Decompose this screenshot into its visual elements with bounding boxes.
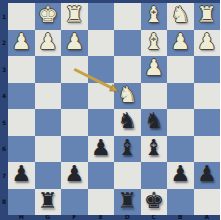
- square-d7[interactable]: [114, 162, 141, 189]
- piece-white-pawn[interactable]: ♟: [170, 31, 190, 53]
- rank-label-4: 4: [0, 83, 8, 110]
- rank-label-7: 7: [0, 162, 8, 189]
- square-e6[interactable]: ♟: [88, 136, 115, 163]
- square-h6[interactable]: [8, 136, 35, 163]
- square-d1[interactable]: [114, 3, 141, 30]
- square-c2[interactable]: ♝: [141, 30, 168, 57]
- piece-black-knight[interactable]: ♞: [144, 110, 164, 132]
- square-f4[interactable]: [61, 83, 88, 110]
- square-g4[interactable]: [35, 83, 62, 110]
- square-d2[interactable]: [114, 30, 141, 57]
- rank-label-2: 2: [0, 30, 8, 57]
- piece-white-king[interactable]: ♚: [38, 4, 58, 26]
- piece-black-rook[interactable]: ♜: [38, 190, 58, 212]
- square-e2[interactable]: [88, 30, 115, 57]
- square-a1[interactable]: ♜: [194, 3, 221, 30]
- square-h1[interactable]: [8, 3, 35, 30]
- piece-white-rook[interactable]: ♜: [64, 4, 84, 26]
- square-e1[interactable]: [88, 3, 115, 30]
- square-c8[interactable]: ♚: [141, 189, 168, 216]
- square-g7[interactable]: [35, 162, 62, 189]
- square-h2[interactable]: ♟: [8, 30, 35, 57]
- piece-white-pawn[interactable]: ♟: [144, 57, 164, 79]
- piece-white-bishop[interactable]: ♝: [144, 31, 164, 53]
- rank-label-5: 5: [0, 109, 8, 136]
- square-h8[interactable]: [8, 189, 35, 216]
- square-g5[interactable]: [35, 109, 62, 136]
- square-d6[interactable]: ♝: [114, 136, 141, 163]
- square-f2[interactable]: ♟: [61, 30, 88, 57]
- rank-label-6: 6: [0, 136, 8, 163]
- square-b8[interactable]: [167, 189, 194, 216]
- piece-black-bishop[interactable]: ♝: [144, 137, 164, 159]
- square-c7[interactable]: [141, 162, 168, 189]
- piece-black-knight[interactable]: ♞: [117, 110, 137, 132]
- piece-white-pawn[interactable]: ♟: [11, 31, 31, 53]
- piece-white-knight[interactable]: ♞: [170, 4, 190, 26]
- square-a2[interactable]: ♟: [194, 30, 221, 57]
- square-d4[interactable]: ♞: [114, 83, 141, 110]
- square-e8[interactable]: [88, 189, 115, 216]
- piece-white-pawn[interactable]: ♟: [197, 31, 217, 53]
- square-h5[interactable]: [8, 109, 35, 136]
- square-h7[interactable]: ♟: [8, 162, 35, 189]
- square-f5[interactable]: [61, 109, 88, 136]
- piece-black-bishop[interactable]: ♝: [117, 137, 137, 159]
- square-g3[interactable]: [35, 56, 62, 83]
- piece-white-rook[interactable]: ♜: [197, 4, 217, 26]
- square-c4[interactable]: [141, 83, 168, 110]
- square-a6[interactable]: [194, 136, 221, 163]
- piece-black-rook[interactable]: ♜: [117, 190, 137, 212]
- square-g2[interactable]: ♟: [35, 30, 62, 57]
- square-e5[interactable]: [88, 109, 115, 136]
- square-b2[interactable]: ♟: [167, 30, 194, 57]
- square-f7[interactable]: ♟: [61, 162, 88, 189]
- square-a5[interactable]: [194, 109, 221, 136]
- piece-black-pawn[interactable]: ♟: [64, 163, 84, 185]
- square-c5[interactable]: ♞: [141, 109, 168, 136]
- square-b3[interactable]: [167, 56, 194, 83]
- piece-black-pawn[interactable]: ♟: [11, 163, 31, 185]
- square-b5[interactable]: [167, 109, 194, 136]
- square-c1[interactable]: ♝: [141, 3, 168, 30]
- square-d3[interactable]: [114, 56, 141, 83]
- square-c6[interactable]: ♝: [141, 136, 168, 163]
- piece-white-bishop[interactable]: ♝: [144, 4, 164, 26]
- square-f8[interactable]: [61, 189, 88, 216]
- square-g8[interactable]: ♜: [35, 189, 62, 216]
- square-a7[interactable]: ♟: [194, 162, 221, 189]
- square-b6[interactable]: [167, 136, 194, 163]
- rank-label-8: 8: [0, 189, 8, 216]
- square-h4[interactable]: [8, 83, 35, 110]
- square-d5[interactable]: ♞: [114, 109, 141, 136]
- rank-label-3: 3: [0, 56, 8, 83]
- square-a4[interactable]: [194, 83, 221, 110]
- piece-white-pawn[interactable]: ♟: [38, 31, 58, 53]
- square-c3[interactable]: ♟: [141, 56, 168, 83]
- piece-black-king[interactable]: ♚: [144, 190, 164, 212]
- square-b1[interactable]: ♞: [167, 3, 194, 30]
- rank-labels: 12345678: [0, 3, 8, 215]
- square-g1[interactable]: ♚: [35, 3, 62, 30]
- square-f1[interactable]: ♜: [61, 3, 88, 30]
- square-a8[interactable]: [194, 189, 221, 216]
- square-f6[interactable]: [61, 136, 88, 163]
- piece-black-pawn[interactable]: ♟: [91, 137, 111, 159]
- square-e3[interactable]: [88, 56, 115, 83]
- square-b7[interactable]: ♟: [167, 162, 194, 189]
- chess-board: ♚♜♝♞♜♟♟♟♝♟♟♟♞♞♞♟♝♝♟♟♟♟♜♜♚: [8, 3, 220, 215]
- square-f3[interactable]: [61, 56, 88, 83]
- square-g6[interactable]: [35, 136, 62, 163]
- square-e7[interactable]: [88, 162, 115, 189]
- square-b4[interactable]: [167, 83, 194, 110]
- square-a3[interactable]: [194, 56, 221, 83]
- rank-label-1: 1: [0, 3, 8, 30]
- chess-app-window: 12345678 HGFEDCBA ♚♜♝♞♜♟♟♟♝♟♟♟♞♞♞♟♝♝♟♟♟♟…: [0, 0, 220, 220]
- square-d8[interactable]: ♜: [114, 189, 141, 216]
- piece-black-pawn[interactable]: ♟: [197, 163, 217, 185]
- piece-white-knight[interactable]: ♞: [117, 84, 137, 106]
- piece-white-pawn[interactable]: ♟: [64, 31, 84, 53]
- square-h3[interactable]: [8, 56, 35, 83]
- square-e4[interactable]: [88, 83, 115, 110]
- piece-black-pawn[interactable]: ♟: [170, 163, 190, 185]
